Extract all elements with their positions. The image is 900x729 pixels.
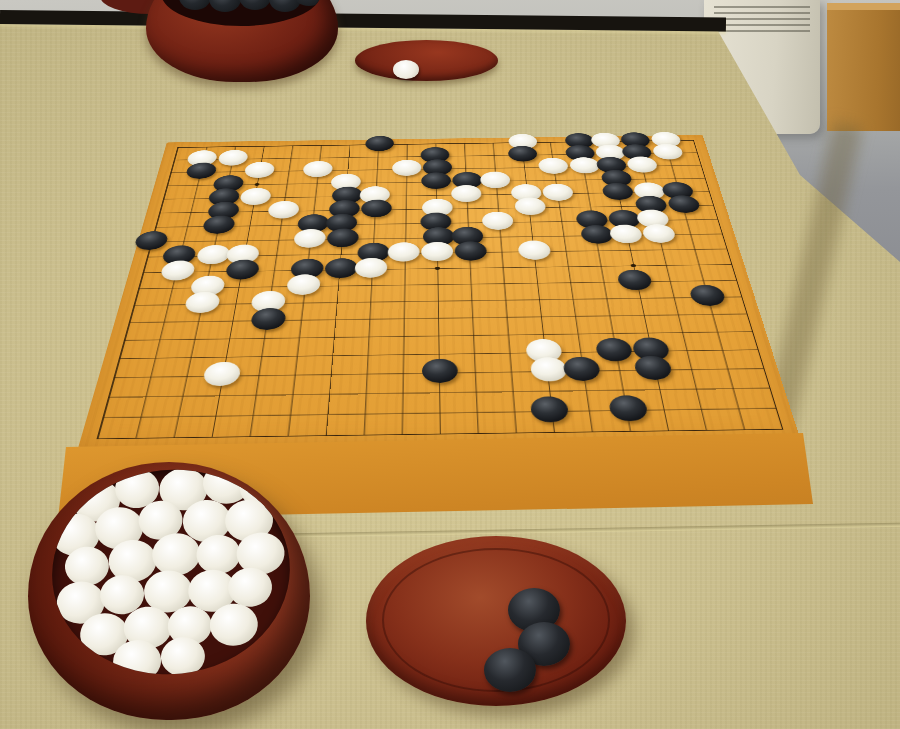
black-stone[interactable] bbox=[633, 356, 674, 381]
black-stone[interactable] bbox=[361, 199, 392, 217]
black-stone[interactable] bbox=[421, 172, 451, 189]
white-stone[interactable] bbox=[354, 258, 387, 278]
white-stone[interactable] bbox=[569, 157, 601, 173]
black-stone[interactable] bbox=[422, 359, 458, 384]
black-stone[interactable] bbox=[250, 308, 287, 330]
black-stone[interactable] bbox=[579, 225, 614, 244]
white-stone[interactable] bbox=[302, 161, 333, 178]
white-stone[interactable] bbox=[286, 274, 321, 295]
white-stone[interactable] bbox=[267, 201, 300, 219]
black-stone[interactable] bbox=[607, 395, 649, 421]
white-stone-on-lid[interactable] bbox=[393, 60, 419, 79]
scene bbox=[0, 0, 900, 729]
cardboard-box bbox=[827, 3, 900, 131]
black-stone[interactable] bbox=[666, 195, 701, 213]
white-stone[interactable] bbox=[651, 144, 684, 160]
black-stone[interactable] bbox=[616, 270, 653, 291]
white-stone[interactable] bbox=[293, 229, 327, 248]
bowl-black-stone bbox=[239, 0, 271, 10]
bowl-black-stone bbox=[269, 0, 301, 12]
captured-black-stone[interactable] bbox=[484, 648, 536, 692]
white-stone[interactable] bbox=[480, 171, 511, 188]
white-stone-lid[interactable] bbox=[355, 40, 498, 81]
black-stone[interactable] bbox=[224, 259, 260, 279]
board-grid[interactable] bbox=[96, 140, 783, 439]
white-stone[interactable] bbox=[514, 197, 546, 215]
cardboard-box-edge bbox=[827, 3, 900, 10]
black-stone[interactable] bbox=[326, 228, 359, 247]
star-point bbox=[254, 183, 259, 186]
white-stone[interactable] bbox=[217, 150, 249, 166]
black-stone[interactable] bbox=[185, 163, 218, 180]
black-stone[interactable] bbox=[324, 258, 358, 278]
black-stone[interactable] bbox=[601, 183, 635, 200]
white-stone[interactable] bbox=[626, 157, 659, 173]
white-stone[interactable] bbox=[421, 242, 453, 262]
white-stone[interactable] bbox=[530, 357, 568, 382]
white-stone-bowl[interactable] bbox=[28, 456, 316, 722]
black-stone[interactable] bbox=[455, 241, 488, 261]
white-stone[interactable] bbox=[243, 162, 275, 179]
go-board[interactable] bbox=[78, 135, 800, 448]
white-stone[interactable] bbox=[451, 185, 482, 202]
white-stone[interactable] bbox=[159, 260, 196, 280]
bowl-black-stone bbox=[209, 0, 241, 12]
white-stone[interactable] bbox=[641, 224, 677, 243]
white-stone[interactable] bbox=[387, 242, 419, 262]
black-stone-lid[interactable] bbox=[366, 536, 626, 706]
black-stone[interactable] bbox=[530, 396, 570, 422]
black-stone-bowl[interactable] bbox=[146, 0, 338, 82]
white-stone[interactable] bbox=[538, 158, 569, 174]
black-stone[interactable] bbox=[688, 285, 727, 306]
bowl-black-stone bbox=[179, 0, 211, 10]
tatami-seam bbox=[293, 523, 900, 538]
white-stone[interactable] bbox=[195, 245, 231, 265]
white-stone[interactable] bbox=[517, 240, 551, 260]
white-stone[interactable] bbox=[608, 224, 643, 243]
white-stone[interactable] bbox=[481, 212, 513, 230]
black-stone[interactable] bbox=[508, 146, 538, 162]
white-stone[interactable] bbox=[542, 183, 574, 200]
appliance-vents bbox=[714, 6, 810, 32]
black-stone[interactable] bbox=[365, 136, 394, 152]
black-stone[interactable] bbox=[594, 338, 633, 362]
white-stone[interactable] bbox=[202, 362, 242, 387]
star-point bbox=[630, 264, 636, 267]
black-stone[interactable] bbox=[563, 357, 602, 382]
star-point bbox=[435, 267, 440, 270]
white-stone[interactable] bbox=[239, 188, 272, 205]
black-stone[interactable] bbox=[201, 216, 236, 235]
white-stone[interactable] bbox=[392, 160, 421, 176]
white-stone[interactable] bbox=[183, 292, 221, 314]
